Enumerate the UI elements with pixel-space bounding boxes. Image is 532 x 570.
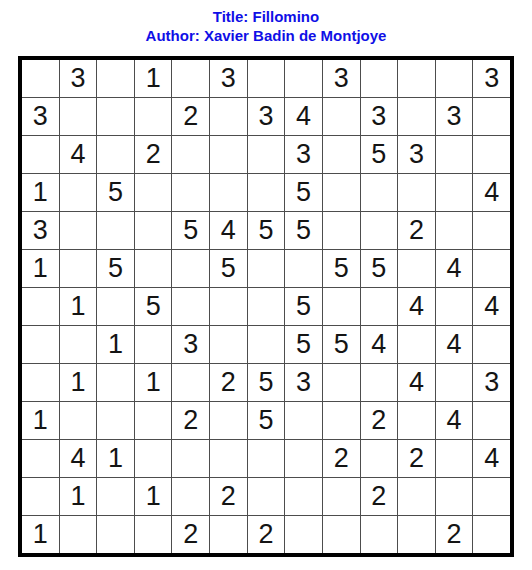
grid-cell-empty[interactable] (210, 98, 247, 135)
grid-cell-given[interactable]: 1 (22, 516, 59, 553)
grid-cell-given[interactable]: 4 (285, 98, 322, 135)
grid-cell-given[interactable]: 1 (60, 288, 97, 325)
grid-cell-empty[interactable] (172, 136, 209, 173)
grid-cell-empty[interactable] (97, 60, 134, 97)
grid-cell-given[interactable]: 1 (22, 402, 59, 439)
grid-cell-empty[interactable] (172, 288, 209, 325)
grid-cell-empty[interactable] (285, 440, 322, 477)
puzzle-title: Title: Fillomino (0, 7, 532, 26)
grid-cell-empty[interactable] (22, 478, 59, 515)
grid-cell-empty[interactable] (135, 516, 172, 553)
grid-cell-empty[interactable] (361, 516, 398, 553)
grid-cell-empty[interactable] (361, 364, 398, 401)
grid-cell-given[interactable]: 3 (285, 136, 322, 173)
grid-cell-empty[interactable] (22, 288, 59, 325)
grid-cell-given[interactable]: 2 (398, 212, 435, 249)
grid-cell-given[interactable]: 2 (436, 516, 473, 553)
grid-cell-empty[interactable] (97, 98, 134, 135)
grid-cell-empty[interactable] (248, 440, 285, 477)
grid-cell-empty[interactable] (248, 250, 285, 287)
grid-cell-empty[interactable] (473, 402, 510, 439)
fillomino-grid: 3133332343342353155435455215555415544135… (18, 56, 514, 557)
grid-cell-given[interactable]: 1 (22, 250, 59, 287)
grid-cell-empty[interactable] (135, 440, 172, 477)
grid-cell-given[interactable]: 3 (361, 98, 398, 135)
grid-cell-empty[interactable] (172, 478, 209, 515)
grid-cell-empty[interactable] (22, 326, 59, 363)
grid-cell-given[interactable]: 3 (248, 98, 285, 135)
grid-cell-empty[interactable] (361, 440, 398, 477)
grid-cell-empty[interactable] (22, 364, 59, 401)
grid-cell-given[interactable]: 3 (436, 98, 473, 135)
grid-cell-empty[interactable] (135, 402, 172, 439)
grid-cell-empty[interactable] (361, 288, 398, 325)
grid-cell-empty[interactable] (436, 440, 473, 477)
grid-cell-empty[interactable] (60, 174, 97, 211)
grid-cell-empty[interactable] (285, 250, 322, 287)
grid-cell-given[interactable]: 1 (60, 478, 97, 515)
grid-cell-given[interactable]: 2 (172, 402, 209, 439)
grid-cell-empty[interactable] (473, 516, 510, 553)
grid-cell-given[interactable]: 3 (323, 60, 360, 97)
grid-cell-given[interactable]: 3 (22, 98, 59, 135)
grid-cell-given[interactable]: 1 (135, 478, 172, 515)
grid-cell-given[interactable]: 1 (60, 364, 97, 401)
grid-cell-given[interactable]: 4 (210, 212, 247, 249)
grid-cell-empty[interactable] (436, 136, 473, 173)
grid-cell-empty[interactable] (248, 288, 285, 325)
grid-cell-empty[interactable] (473, 326, 510, 363)
grid-cell-empty[interactable] (323, 288, 360, 325)
grid-cell-empty[interactable] (97, 136, 134, 173)
grid-cell-empty[interactable] (97, 364, 134, 401)
grid-cell-empty[interactable] (323, 402, 360, 439)
grid-cell-empty[interactable] (60, 250, 97, 287)
grid-cell-given[interactable]: 4 (60, 136, 97, 173)
grid-cell-given[interactable]: 1 (135, 60, 172, 97)
grid-cell-given[interactable]: 1 (135, 364, 172, 401)
grid-cell-empty[interactable] (398, 98, 435, 135)
grid-cell-given[interactable]: 3 (60, 60, 97, 97)
grid-cell-empty[interactable] (172, 174, 209, 211)
grid-cell-given[interactable]: 2 (361, 478, 398, 515)
grid-cell-empty[interactable] (210, 402, 247, 439)
grid-cell-empty[interactable] (473, 478, 510, 515)
grid-cell-empty[interactable] (323, 174, 360, 211)
grid-cell-given[interactable]: 5 (285, 326, 322, 363)
grid-cell-given[interactable]: 1 (97, 326, 134, 363)
grid-cell-given[interactable]: 3 (210, 60, 247, 97)
grid-cell-given[interactable]: 4 (436, 326, 473, 363)
grid-cell-empty[interactable] (285, 516, 322, 553)
grid-cell-empty[interactable] (248, 136, 285, 173)
grid-cell-empty[interactable] (436, 174, 473, 211)
grid-cell-empty[interactable] (97, 402, 134, 439)
grid-cell-empty[interactable] (323, 364, 360, 401)
grid-cell-empty[interactable] (248, 60, 285, 97)
grid-cell-given[interactable]: 5 (248, 364, 285, 401)
grid-cell-empty[interactable] (323, 136, 360, 173)
grid-cell-given[interactable]: 5 (323, 326, 360, 363)
grid-cell-empty[interactable] (22, 60, 59, 97)
grid-cell-empty[interactable] (60, 326, 97, 363)
grid-cell-given[interactable]: 4 (473, 174, 510, 211)
grid-cell-empty[interactable] (135, 98, 172, 135)
grid-cell-empty[interactable] (60, 516, 97, 553)
grid-cell-given[interactable]: 3 (22, 212, 59, 249)
grid-cell-given[interactable]: 5 (285, 174, 322, 211)
grid-cell-empty[interactable] (210, 440, 247, 477)
grid-cell-given[interactable]: 4 (436, 250, 473, 287)
grid-cell-empty[interactable] (97, 516, 134, 553)
grid-cell-given[interactable]: 5 (172, 212, 209, 249)
grid-cell-empty[interactable] (22, 136, 59, 173)
grid-cell-empty[interactable] (323, 516, 360, 553)
grid-cell-empty[interactable] (398, 402, 435, 439)
grid-cell-empty[interactable] (60, 98, 97, 135)
grid-cell-given[interactable]: 2 (135, 136, 172, 173)
grid-cell-empty[interactable] (172, 440, 209, 477)
grid-cell-given[interactable]: 5 (285, 212, 322, 249)
grid-cell-empty[interactable] (248, 326, 285, 363)
grid-cell-empty[interactable] (398, 326, 435, 363)
grid-cell-given[interactable]: 5 (210, 250, 247, 287)
grid-cell-given[interactable]: 5 (248, 402, 285, 439)
grid-cell-empty[interactable] (210, 174, 247, 211)
grid-cell-empty[interactable] (210, 326, 247, 363)
grid-cell-given[interactable]: 2 (398, 440, 435, 477)
grid-cell-given[interactable]: 2 (361, 402, 398, 439)
grid-cell-given[interactable]: 3 (473, 60, 510, 97)
grid-cell-empty[interactable] (172, 250, 209, 287)
grid-cell-empty[interactable] (361, 174, 398, 211)
puzzle-page: Title: Fillomino Author: Xavier Badin de… (0, 0, 532, 570)
grid-cell-given[interactable]: 1 (97, 440, 134, 477)
grid-cell-empty[interactable] (473, 250, 510, 287)
grid-cell-given[interactable]: 4 (436, 402, 473, 439)
grid-cell-empty[interactable] (398, 60, 435, 97)
grid-cell-given[interactable]: 4 (60, 440, 97, 477)
grid-cell-given[interactable]: 4 (361, 326, 398, 363)
grid-cell-empty[interactable] (436, 60, 473, 97)
grid-cell-empty[interactable] (135, 326, 172, 363)
grid-cell-empty[interactable] (60, 402, 97, 439)
grid-cell-empty[interactable] (398, 478, 435, 515)
grid-cell-empty[interactable] (135, 212, 172, 249)
grid-cell-empty[interactable] (398, 174, 435, 211)
grid-cell-empty[interactable] (436, 478, 473, 515)
grid-cell-empty[interactable] (97, 478, 134, 515)
grid-cell-given[interactable]: 2 (172, 98, 209, 135)
grid-cell-given[interactable]: 5 (97, 174, 134, 211)
grid-cell-empty[interactable] (97, 288, 134, 325)
grid-cell-empty[interactable] (361, 212, 398, 249)
grid-cell-given[interactable]: 2 (172, 516, 209, 553)
grid-cell-empty[interactable] (60, 212, 97, 249)
grid-cell-given[interactable]: 5 (361, 136, 398, 173)
grid-cell-given[interactable]: 4 (473, 288, 510, 325)
grid-cell-given[interactable]: 5 (97, 250, 134, 287)
header: Title: Fillomino Author: Xavier Badin de… (0, 0, 532, 45)
grid-cell-given[interactable]: 3 (285, 364, 322, 401)
grid-cell-given[interactable]: 5 (135, 288, 172, 325)
grid-cell-given[interactable]: 4 (473, 440, 510, 477)
grid-cell-empty[interactable] (97, 212, 134, 249)
grid-cell-given[interactable]: 3 (473, 364, 510, 401)
grid-cell-empty[interactable] (210, 288, 247, 325)
grid-cell-empty[interactable] (436, 364, 473, 401)
grid-cell-given[interactable]: 5 (361, 250, 398, 287)
grid-cell-empty[interactable] (436, 288, 473, 325)
grid-cell-given[interactable]: 3 (172, 326, 209, 363)
grid-cell-empty[interactable] (285, 60, 322, 97)
grid-cell-empty[interactable] (172, 60, 209, 97)
grid-cell-given[interactable]: 5 (248, 212, 285, 249)
grid-cell-given[interactable]: 5 (285, 288, 322, 325)
grid-cell-given[interactable]: 5 (323, 250, 360, 287)
grid-cell-given[interactable]: 2 (323, 440, 360, 477)
grid-cell-empty[interactable] (135, 250, 172, 287)
grid-cell-given[interactable]: 4 (398, 364, 435, 401)
grid-cell-given[interactable]: 2 (248, 516, 285, 553)
grid-cell-empty[interactable] (22, 440, 59, 477)
grid-cell-empty[interactable] (436, 212, 473, 249)
grid-cell-given[interactable]: 1 (22, 174, 59, 211)
grid-cell-empty[interactable] (398, 250, 435, 287)
grid-cell-empty[interactable] (135, 174, 172, 211)
grid-cell-empty[interactable] (398, 516, 435, 553)
grid-cell-given[interactable]: 2 (210, 364, 247, 401)
grid-cell-empty[interactable] (172, 364, 209, 401)
grid-cell-given[interactable]: 4 (398, 288, 435, 325)
puzzle-author: Author: Xavier Badin de Montjoye (0, 26, 532, 45)
grid-cell-empty[interactable] (361, 60, 398, 97)
grid-cell-empty[interactable] (323, 212, 360, 249)
grid-cell-empty[interactable] (473, 212, 510, 249)
grid-cell-empty[interactable] (210, 136, 247, 173)
grid-cell-given[interactable]: 3 (398, 136, 435, 173)
grid-cell-empty[interactable] (248, 174, 285, 211)
grid-cell-empty[interactable] (285, 402, 322, 439)
grid-cell-empty[interactable] (323, 98, 360, 135)
grid-cell-empty[interactable] (248, 478, 285, 515)
grid-cell-empty[interactable] (210, 516, 247, 553)
grid-cell-empty[interactable] (323, 478, 360, 515)
grid-cell-empty[interactable] (473, 98, 510, 135)
grid-cell-empty[interactable] (473, 136, 510, 173)
grid-cell-given[interactable]: 2 (210, 478, 247, 515)
grid-cell-empty[interactable] (285, 478, 322, 515)
